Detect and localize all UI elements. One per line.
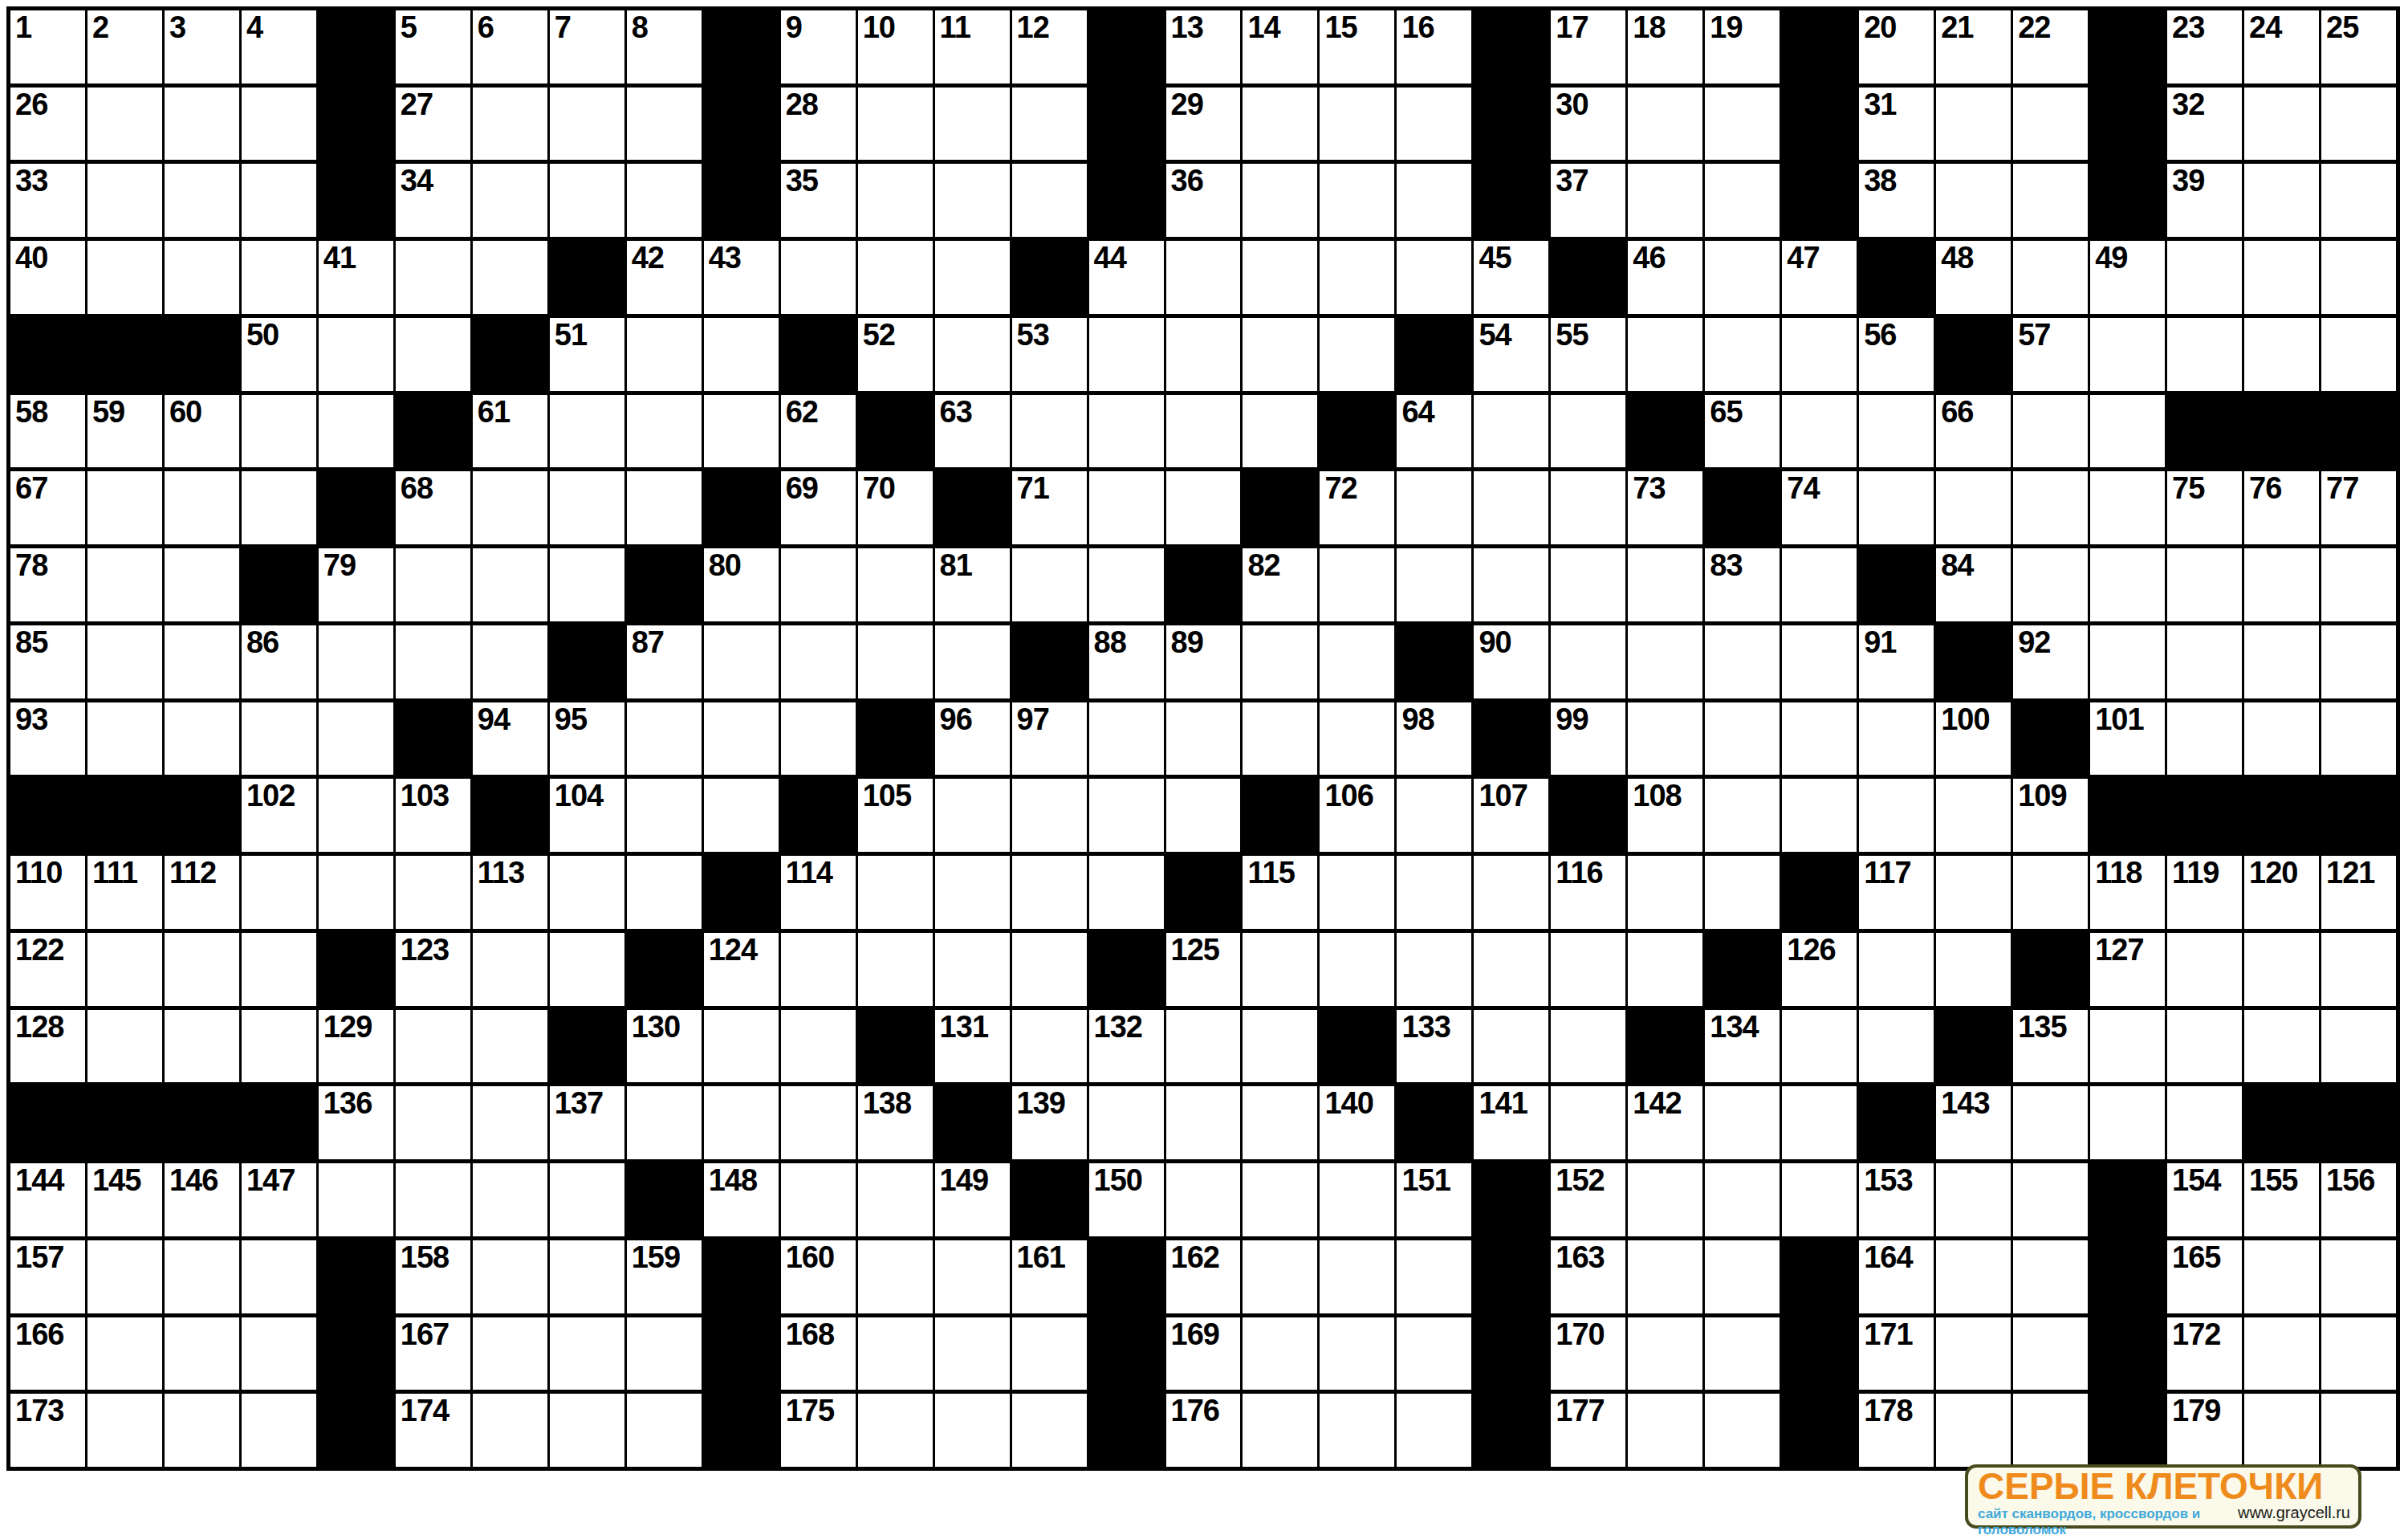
cell[interactable] <box>1628 1394 1702 1467</box>
cell[interactable]: 32 <box>2167 88 2242 161</box>
cell[interactable]: 80 <box>704 548 779 621</box>
cell[interactable]: 82 <box>1243 548 1317 621</box>
cell[interactable] <box>2321 933 2396 1006</box>
cell[interactable]: 153 <box>1859 1163 1934 1236</box>
cell[interactable] <box>1705 779 1780 852</box>
cell[interactable]: 54 <box>1474 318 1548 391</box>
cell[interactable]: 15 <box>1320 10 1394 83</box>
cell[interactable] <box>473 1010 547 1083</box>
cell[interactable] <box>242 856 316 929</box>
cell[interactable]: 164 <box>1859 1240 1934 1313</box>
cell[interactable] <box>2321 1394 2396 1467</box>
cell[interactable] <box>1628 1317 1702 1390</box>
cell[interactable]: 112 <box>165 856 239 929</box>
cell[interactable]: 157 <box>10 1240 85 1313</box>
cell[interactable] <box>704 1086 779 1159</box>
cell[interactable] <box>1397 548 1471 621</box>
cell[interactable] <box>242 164 316 237</box>
cell[interactable] <box>1705 625 1780 698</box>
cell[interactable]: 78 <box>10 548 85 621</box>
cell[interactable]: 37 <box>1551 164 1625 237</box>
cell[interactable] <box>87 241 162 314</box>
cell[interactable] <box>165 625 239 698</box>
cell[interactable] <box>2013 1317 2088 1390</box>
cell[interactable]: 104 <box>550 779 624 852</box>
cell[interactable]: 87 <box>627 625 702 698</box>
cell[interactable] <box>1474 933 1548 1006</box>
cell[interactable]: 109 <box>2013 779 2088 852</box>
cell[interactable] <box>1397 88 1471 161</box>
cell[interactable] <box>2013 856 2088 929</box>
cell[interactable] <box>1166 318 1241 391</box>
cell[interactable] <box>1243 702 1317 776</box>
cell[interactable] <box>2090 318 2165 391</box>
cell[interactable] <box>2167 702 2242 776</box>
cell[interactable] <box>858 241 933 314</box>
cell[interactable]: 92 <box>2013 625 2088 698</box>
cell[interactable] <box>1936 471 2011 544</box>
cell[interactable] <box>935 88 1010 161</box>
cell[interactable]: 110 <box>10 856 85 929</box>
cell[interactable]: 148 <box>704 1163 779 1236</box>
cell[interactable] <box>1320 164 1394 237</box>
cell[interactable]: 12 <box>1012 10 1087 83</box>
cell[interactable] <box>1166 1010 1241 1083</box>
cell[interactable]: 138 <box>858 1086 933 1159</box>
cell[interactable]: 127 <box>2090 933 2165 1006</box>
cell[interactable] <box>1474 548 1548 621</box>
cell[interactable] <box>935 164 1010 237</box>
cell[interactable]: 159 <box>627 1240 702 1313</box>
cell[interactable] <box>2244 702 2319 776</box>
cell[interactable] <box>2090 548 2165 621</box>
cell[interactable] <box>242 241 316 314</box>
cell[interactable] <box>87 1240 162 1313</box>
cell[interactable] <box>550 548 624 621</box>
cell[interactable] <box>2013 1394 2088 1467</box>
cell[interactable]: 28 <box>781 88 856 161</box>
cell[interactable] <box>165 1240 239 1313</box>
cell[interactable]: 99 <box>1551 702 1625 776</box>
cell[interactable] <box>1551 933 1625 1006</box>
cell[interactable]: 29 <box>1166 88 1241 161</box>
cell[interactable]: 129 <box>319 1010 393 1083</box>
cell[interactable]: 71 <box>1012 471 1087 544</box>
cell[interactable]: 131 <box>935 1010 1010 1083</box>
cell[interactable] <box>319 395 393 468</box>
cell[interactable] <box>165 1010 239 1083</box>
cell[interactable] <box>2013 1240 2088 1313</box>
cell[interactable] <box>2244 241 2319 314</box>
cell[interactable] <box>1012 933 1087 1006</box>
cell[interactable]: 6 <box>473 10 547 83</box>
cell[interactable] <box>473 1394 547 1467</box>
cell[interactable]: 94 <box>473 702 547 776</box>
cell[interactable] <box>1628 702 1702 776</box>
cell[interactable] <box>1089 1086 1164 1159</box>
cell[interactable]: 132 <box>1089 1010 1164 1083</box>
cell[interactable]: 61 <box>473 395 547 468</box>
cell[interactable]: 160 <box>781 1240 856 1313</box>
cell[interactable] <box>242 1394 316 1467</box>
cell[interactable] <box>87 548 162 621</box>
cell[interactable] <box>1474 471 1548 544</box>
cell[interactable]: 57 <box>2013 318 2088 391</box>
cell[interactable]: 143 <box>1936 1086 2011 1159</box>
cell[interactable] <box>627 471 702 544</box>
cell[interactable]: 149 <box>935 1163 1010 1236</box>
cell[interactable]: 130 <box>627 1010 702 1083</box>
cell[interactable] <box>781 241 856 314</box>
cell[interactable] <box>627 1394 702 1467</box>
cell[interactable]: 40 <box>10 241 85 314</box>
cell[interactable] <box>396 1163 470 1236</box>
cell[interactable] <box>2013 241 2088 314</box>
cell[interactable]: 53 <box>1012 318 1087 391</box>
cell[interactable] <box>1474 395 1548 468</box>
cell[interactable] <box>1320 88 1394 161</box>
cell[interactable] <box>1551 471 1625 544</box>
cell[interactable]: 178 <box>1859 1394 1934 1467</box>
cell[interactable] <box>1628 856 1702 929</box>
cell[interactable] <box>165 933 239 1006</box>
cell[interactable]: 36 <box>1166 164 1241 237</box>
cell[interactable] <box>1320 1317 1394 1390</box>
cell[interactable] <box>781 625 856 698</box>
cell[interactable] <box>1474 1010 1548 1083</box>
cell[interactable] <box>87 1010 162 1083</box>
cell[interactable] <box>1012 88 1087 161</box>
cell[interactable]: 13 <box>1166 10 1241 83</box>
cell[interactable] <box>2321 548 2396 621</box>
cell[interactable]: 73 <box>1628 471 1702 544</box>
cell[interactable] <box>2090 625 2165 698</box>
cell[interactable] <box>242 1317 316 1390</box>
cell[interactable]: 67 <box>10 471 85 544</box>
cell[interactable] <box>1782 702 1857 776</box>
cell[interactable]: 55 <box>1551 318 1625 391</box>
cell[interactable] <box>627 395 702 468</box>
cell[interactable] <box>2013 88 2088 161</box>
cell[interactable] <box>1628 318 1702 391</box>
cell[interactable] <box>858 164 933 237</box>
cell[interactable] <box>2321 88 2396 161</box>
cell[interactable] <box>1936 856 2011 929</box>
cell[interactable]: 171 <box>1859 1317 1934 1390</box>
cell[interactable]: 64 <box>1397 395 1471 468</box>
cell[interactable]: 101 <box>2090 702 2165 776</box>
cell[interactable]: 14 <box>1243 10 1317 83</box>
cell[interactable]: 166 <box>10 1317 85 1390</box>
cell[interactable] <box>396 625 470 698</box>
cell[interactable] <box>1628 1163 1702 1236</box>
cell[interactable] <box>2321 1240 2396 1313</box>
cell[interactable]: 68 <box>396 471 470 544</box>
cell[interactable] <box>1243 625 1317 698</box>
cell[interactable] <box>858 1394 933 1467</box>
cell[interactable]: 56 <box>1859 318 1934 391</box>
cell[interactable]: 170 <box>1551 1317 1625 1390</box>
cell[interactable]: 72 <box>1320 471 1394 544</box>
cell[interactable] <box>242 702 316 776</box>
cell[interactable] <box>1397 779 1471 852</box>
cell[interactable] <box>242 1010 316 1083</box>
cell[interactable]: 96 <box>935 702 1010 776</box>
cell[interactable] <box>1243 1317 1317 1390</box>
cell[interactable] <box>1089 856 1164 929</box>
cell[interactable] <box>1782 1163 1857 1236</box>
cell[interactable] <box>1089 395 1164 468</box>
cell[interactable] <box>1166 1163 1241 1236</box>
cell[interactable] <box>1782 395 1857 468</box>
cell[interactable]: 58 <box>10 395 85 468</box>
cell[interactable]: 165 <box>2167 1240 2242 1313</box>
cell[interactable] <box>2013 1086 2088 1159</box>
cell[interactable]: 51 <box>550 318 624 391</box>
cell[interactable]: 151 <box>1397 1163 1471 1236</box>
cell[interactable] <box>2321 241 2396 314</box>
cell[interactable] <box>858 1317 933 1390</box>
cell[interactable]: 8 <box>627 10 702 83</box>
cell[interactable] <box>1936 1163 2011 1236</box>
cell[interactable]: 86 <box>242 625 316 698</box>
cell[interactable] <box>1243 1394 1317 1467</box>
cell[interactable] <box>935 779 1010 852</box>
cell[interactable] <box>1936 1317 2011 1390</box>
cell[interactable]: 173 <box>10 1394 85 1467</box>
cell[interactable] <box>1089 471 1164 544</box>
cell[interactable] <box>1551 1010 1625 1083</box>
cell[interactable] <box>1782 548 1857 621</box>
cell[interactable] <box>473 164 547 237</box>
cell[interactable] <box>473 471 547 544</box>
cell[interactable] <box>858 625 933 698</box>
cell[interactable]: 179 <box>2167 1394 2242 1467</box>
cell[interactable]: 3 <box>165 10 239 83</box>
cell[interactable] <box>935 1317 1010 1390</box>
cell[interactable]: 120 <box>2244 856 2319 929</box>
cell[interactable]: 69 <box>781 471 856 544</box>
cell[interactable]: 134 <box>1705 1010 1780 1083</box>
cell[interactable]: 88 <box>1089 625 1164 698</box>
cell[interactable] <box>1628 164 1702 237</box>
cell[interactable] <box>2167 625 2242 698</box>
cell[interactable] <box>1474 856 1548 929</box>
cell[interactable]: 63 <box>935 395 1010 468</box>
cell[interactable]: 39 <box>2167 164 2242 237</box>
cell[interactable] <box>1859 471 1934 544</box>
cell[interactable] <box>2013 548 2088 621</box>
cell[interactable] <box>1551 548 1625 621</box>
cell[interactable]: 35 <box>781 164 856 237</box>
cell[interactable] <box>319 1163 393 1236</box>
cell[interactable] <box>2167 318 2242 391</box>
cell[interactable] <box>165 702 239 776</box>
cell[interactable] <box>781 1086 856 1159</box>
cell[interactable] <box>2167 548 2242 621</box>
cell[interactable]: 5 <box>396 10 470 83</box>
cell[interactable] <box>2090 471 2165 544</box>
cell[interactable] <box>165 88 239 161</box>
cell[interactable] <box>2013 164 2088 237</box>
cell[interactable]: 81 <box>935 548 1010 621</box>
cell[interactable] <box>473 241 547 314</box>
cell[interactable]: 115 <box>1243 856 1317 929</box>
cell[interactable] <box>2244 933 2319 1006</box>
cell[interactable] <box>2321 702 2396 776</box>
cell[interactable]: 154 <box>2167 1163 2242 1236</box>
cell[interactable] <box>1628 625 1702 698</box>
cell[interactable] <box>781 702 856 776</box>
cell[interactable]: 75 <box>2167 471 2242 544</box>
cell[interactable] <box>1628 933 1702 1006</box>
cell[interactable]: 103 <box>396 779 470 852</box>
cell[interactable] <box>1012 1394 1087 1467</box>
cell[interactable] <box>781 933 856 1006</box>
cell[interactable] <box>2244 625 2319 698</box>
cell[interactable]: 125 <box>1166 933 1241 1006</box>
cell[interactable] <box>319 856 393 929</box>
cell[interactable] <box>165 471 239 544</box>
cell[interactable]: 90 <box>1474 625 1548 698</box>
cell[interactable] <box>1166 395 1241 468</box>
cell[interactable] <box>1243 1163 1317 1236</box>
cell[interactable] <box>1089 779 1164 852</box>
cell[interactable]: 135 <box>2013 1010 2088 1083</box>
cell[interactable]: 107 <box>1474 779 1548 852</box>
cell[interactable] <box>1705 856 1780 929</box>
cell[interactable]: 158 <box>396 1240 470 1313</box>
cell[interactable]: 2 <box>87 10 162 83</box>
cell[interactable] <box>2321 164 2396 237</box>
cell[interactable] <box>550 1240 624 1313</box>
cell[interactable] <box>2244 1394 2319 1467</box>
cell[interactable] <box>2244 548 2319 621</box>
cell[interactable] <box>1166 702 1241 776</box>
cell[interactable]: 100 <box>1936 702 2011 776</box>
cell[interactable] <box>1859 1010 1934 1083</box>
cell[interactable] <box>1012 1317 1087 1390</box>
cell[interactable]: 66 <box>1936 395 2011 468</box>
cell[interactable] <box>1012 779 1087 852</box>
cell[interactable] <box>242 395 316 468</box>
cell[interactable] <box>473 1240 547 1313</box>
cell[interactable] <box>627 318 702 391</box>
cell[interactable] <box>550 1317 624 1390</box>
cell[interactable] <box>1397 1394 1471 1467</box>
cell[interactable] <box>1705 1163 1780 1236</box>
cell[interactable]: 177 <box>1551 1394 1625 1467</box>
cell[interactable] <box>1243 1086 1317 1159</box>
cell[interactable] <box>1936 164 2011 237</box>
cell[interactable] <box>1320 702 1394 776</box>
cell[interactable]: 43 <box>704 241 779 314</box>
cell[interactable] <box>704 625 779 698</box>
cell[interactable] <box>704 395 779 468</box>
cell[interactable] <box>2167 933 2242 1006</box>
cell[interactable] <box>1705 702 1780 776</box>
cell[interactable] <box>1012 395 1087 468</box>
cell[interactable] <box>1628 548 1702 621</box>
cell[interactable] <box>1397 471 1471 544</box>
cell[interactable]: 33 <box>10 164 85 237</box>
cell[interactable]: 21 <box>1936 10 2011 83</box>
cell[interactable] <box>1551 395 1625 468</box>
cell[interactable] <box>319 702 393 776</box>
cell[interactable]: 141 <box>1474 1086 1548 1159</box>
cell[interactable] <box>396 548 470 621</box>
cell[interactable] <box>627 88 702 161</box>
cell[interactable]: 111 <box>87 856 162 929</box>
cell[interactable] <box>627 164 702 237</box>
cell[interactable]: 145 <box>87 1163 162 1236</box>
cell[interactable]: 172 <box>2167 1317 2242 1390</box>
cell[interactable]: 97 <box>1012 702 1087 776</box>
cell[interactable]: 108 <box>1628 779 1702 852</box>
cell[interactable] <box>2013 395 2088 468</box>
cell[interactable] <box>935 1240 1010 1313</box>
cell[interactable] <box>1859 395 1934 468</box>
cell[interactable]: 128 <box>10 1010 85 1083</box>
cell[interactable] <box>396 318 470 391</box>
cell[interactable] <box>550 471 624 544</box>
cell[interactable] <box>2244 1240 2319 1313</box>
cell[interactable] <box>1089 548 1164 621</box>
cell[interactable] <box>1551 1086 1625 1159</box>
cell[interactable] <box>1628 1240 1702 1313</box>
cell[interactable] <box>1320 548 1394 621</box>
cell[interactable] <box>2321 318 2396 391</box>
cell[interactable] <box>1705 1394 1780 1467</box>
cell[interactable] <box>1166 471 1241 544</box>
cell[interactable]: 44 <box>1089 241 1164 314</box>
cell[interactable] <box>2321 1010 2396 1083</box>
cell[interactable] <box>1166 1086 1241 1159</box>
cell[interactable] <box>473 933 547 1006</box>
cell[interactable]: 48 <box>1936 241 2011 314</box>
cell[interactable]: 24 <box>2244 10 2319 83</box>
cell[interactable]: 11 <box>935 10 1010 83</box>
cell[interactable] <box>550 1163 624 1236</box>
cell[interactable] <box>319 318 393 391</box>
cell[interactable]: 74 <box>1782 471 1857 544</box>
cell[interactable] <box>1705 164 1780 237</box>
cell[interactable] <box>2167 1010 2242 1083</box>
cell[interactable]: 122 <box>10 933 85 1006</box>
cell[interactable]: 65 <box>1705 395 1780 468</box>
cell[interactable]: 79 <box>319 548 393 621</box>
cell[interactable] <box>1782 1010 1857 1083</box>
cell[interactable] <box>2090 395 2165 468</box>
cell[interactable] <box>704 1010 779 1083</box>
cell[interactable] <box>1320 625 1394 698</box>
cell[interactable] <box>1089 702 1164 776</box>
cell[interactable] <box>2244 318 2319 391</box>
cell[interactable]: 116 <box>1551 856 1625 929</box>
cell[interactable] <box>1782 318 1857 391</box>
cell[interactable]: 152 <box>1551 1163 1625 1236</box>
cell[interactable] <box>935 241 1010 314</box>
cell[interactable] <box>858 548 933 621</box>
cell[interactable] <box>1936 779 2011 852</box>
cell[interactable] <box>165 241 239 314</box>
cell[interactable]: 155 <box>2244 1163 2319 1236</box>
cell[interactable] <box>1320 318 1394 391</box>
cell[interactable] <box>1320 1240 1394 1313</box>
cell[interactable] <box>473 1317 547 1390</box>
cell[interactable]: 168 <box>781 1317 856 1390</box>
cell[interactable] <box>87 88 162 161</box>
